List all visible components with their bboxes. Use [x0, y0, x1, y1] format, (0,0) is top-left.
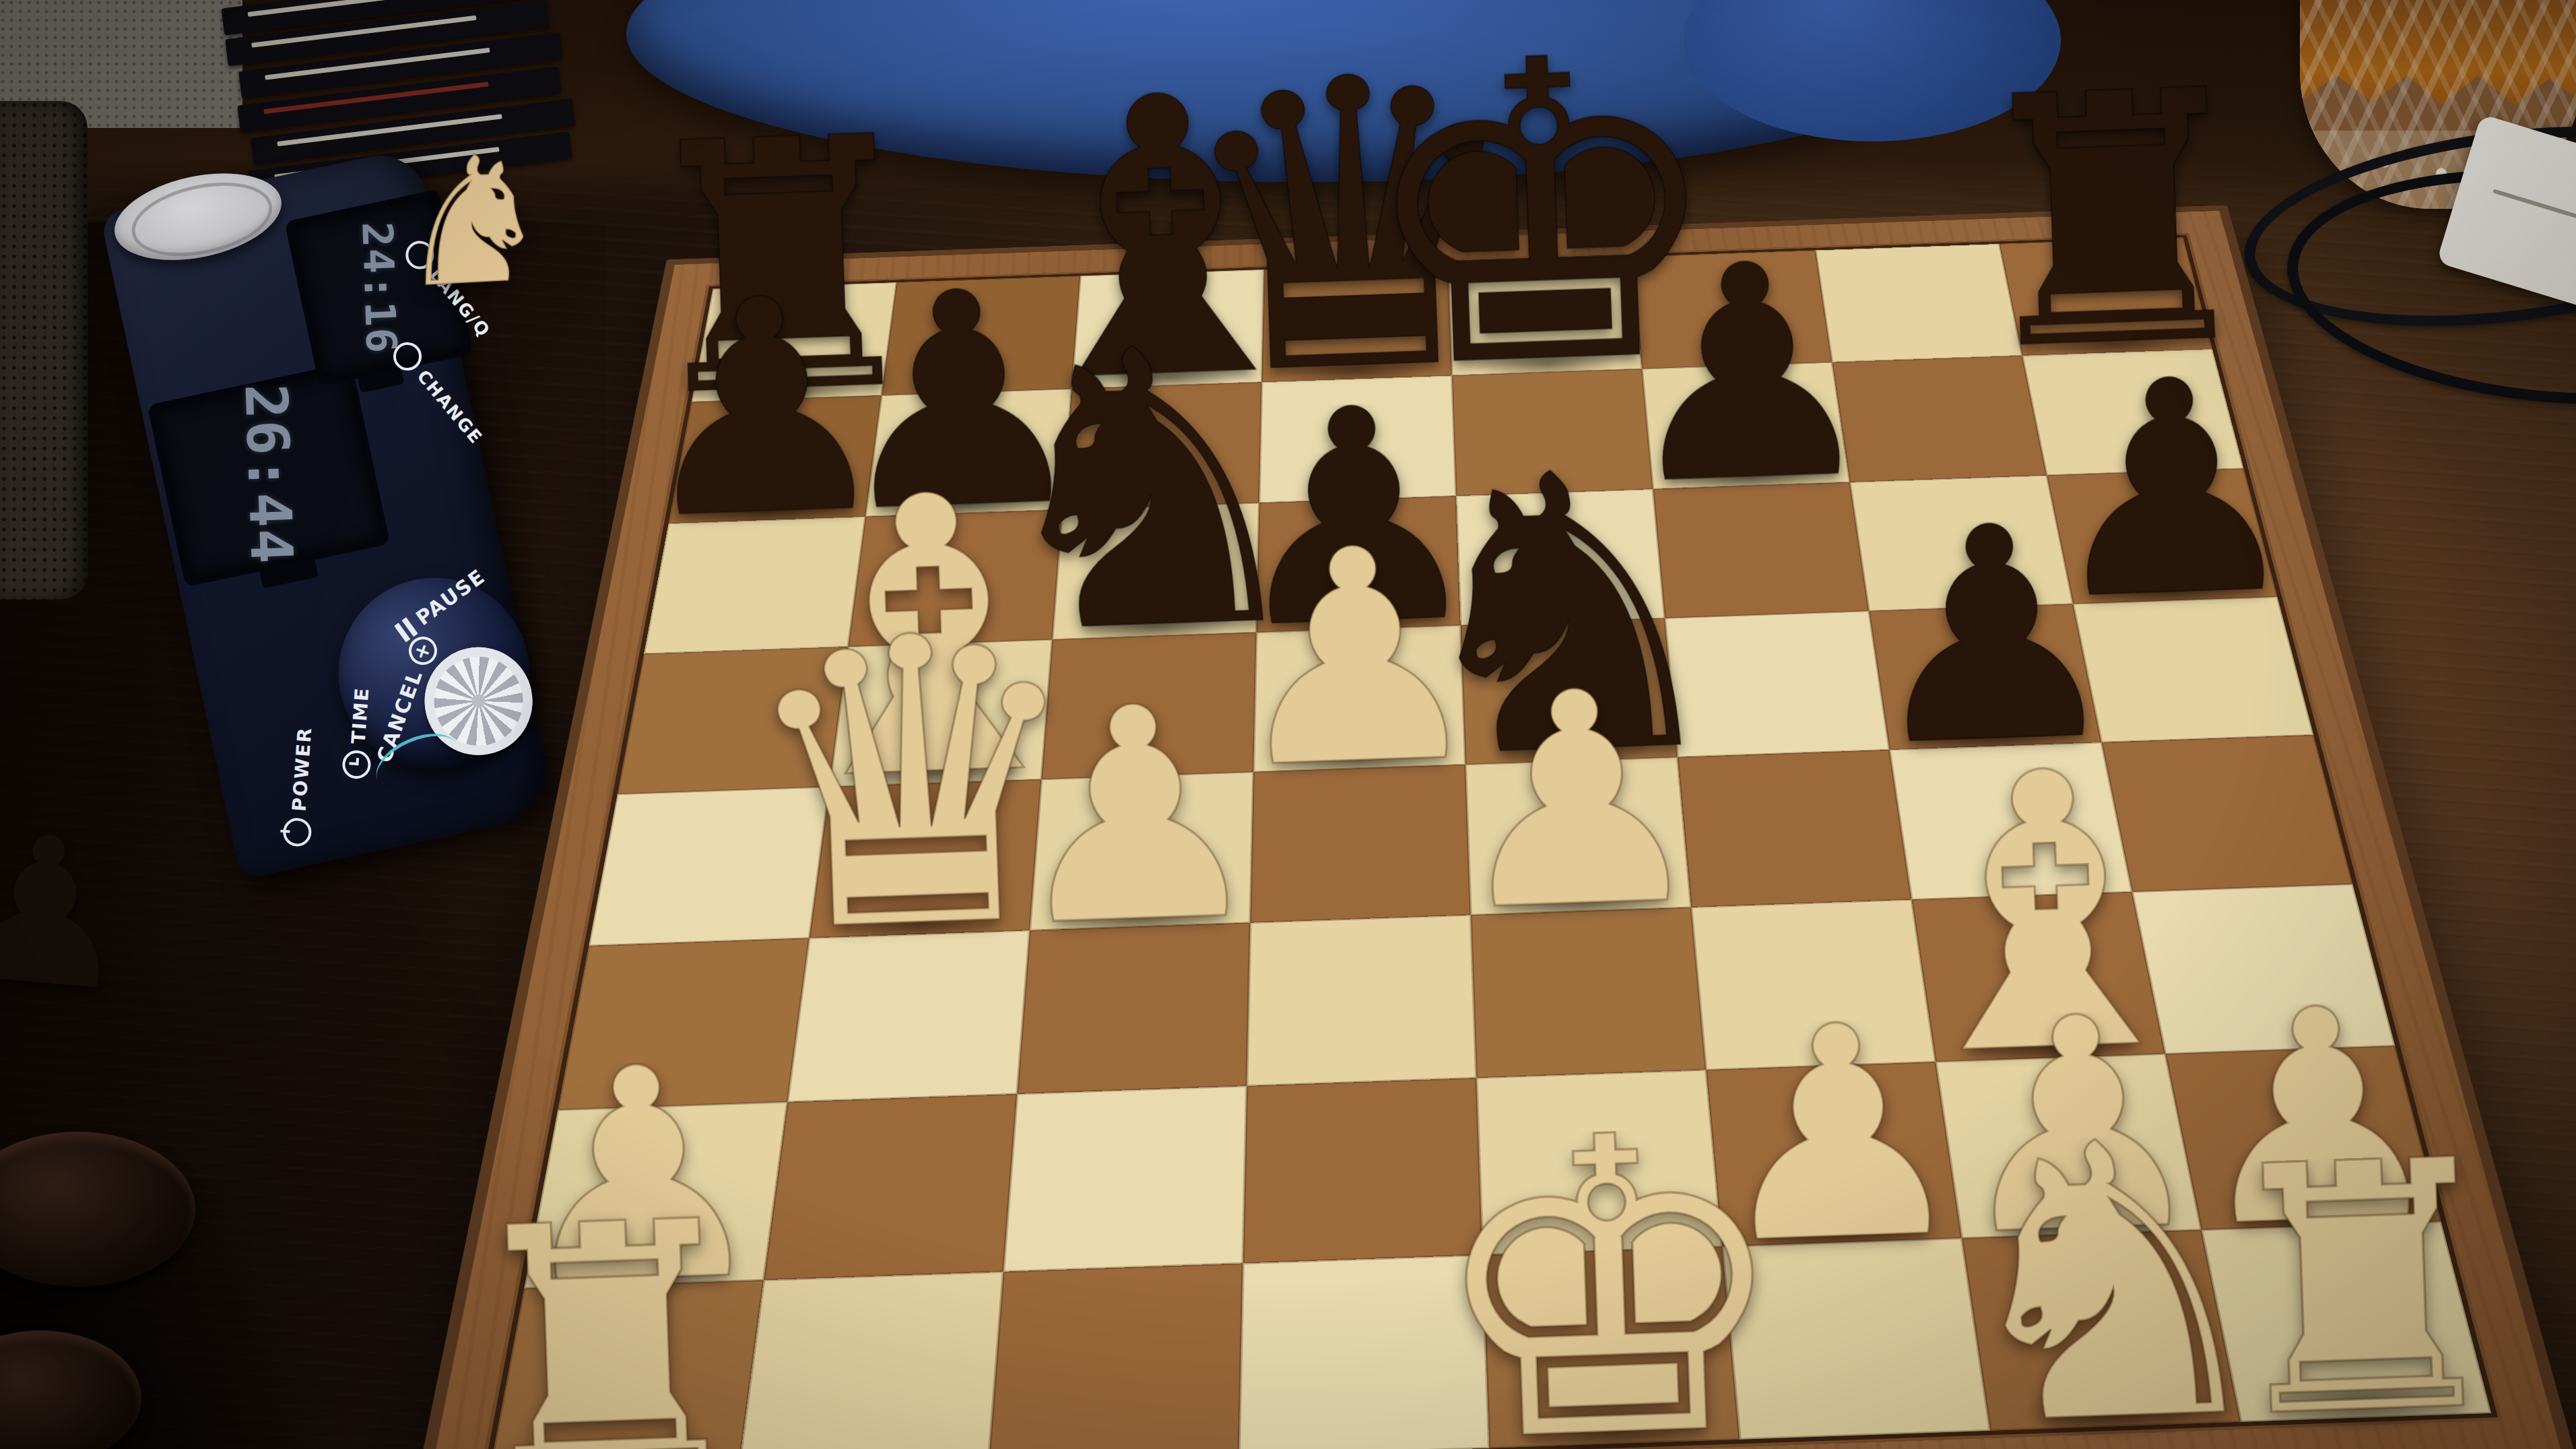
square-c1[interactable]: [989, 1263, 1243, 1449]
time-label: TIME: [347, 686, 373, 745]
time-icon: [341, 750, 372, 780]
speaker-grille: [0, 101, 88, 600]
square-c3[interactable]: [1017, 923, 1250, 1094]
power-label: POWER: [288, 726, 316, 812]
square-b3[interactable]: [787, 930, 1030, 1102]
pause-button[interactable]: PAUSE: [392, 564, 490, 644]
chessboard-grid: ♜♝♛♚♜♟♟♟♞♟♟♝♟♞♟♛♟♟♝♟♟♟♟♜♚♞♜: [488, 237, 2491, 1449]
square-c2[interactable]: [1003, 1086, 1247, 1272]
piece-white-rook[interactable]: ♜: [450, 1214, 764, 1449]
square-b2[interactable]: [764, 1094, 1017, 1280]
power-button[interactable]: POWER: [282, 726, 319, 847]
square-b1[interactable]: [738, 1272, 1003, 1449]
time-button[interactable]: TIME: [341, 686, 376, 779]
chessboard: ♜♝♛♚♜♟♟♟♞♟♟♝♟♞♟♛♟♟♝♟♟♟♟♜♚♞♜: [404, 205, 2576, 1449]
square-h1[interactable]: ♜: [2202, 1221, 2491, 1421]
clock-left-time: 26:44: [232, 383, 305, 566]
captured-white-knight[interactable]: ♞: [391, 148, 555, 296]
square-e4[interactable]: ♟: [1465, 757, 1691, 915]
square-d4[interactable]: [1250, 765, 1470, 923]
square-e1[interactable]: ♚: [1482, 1247, 1740, 1448]
piece-white-pawn[interactable]: ♟: [1442, 682, 1713, 920]
clock-left-display: 26:44: [147, 362, 390, 587]
captured-black-piece-1[interactable]: ♟: [0, 825, 141, 1002]
piece-white-rook[interactable]: ♜: [2206, 1152, 2520, 1429]
square-a1[interactable]: ♜: [488, 1280, 764, 1449]
piece-white-king[interactable]: ♚: [1421, 1125, 1798, 1449]
square-g1[interactable]: ♞: [1962, 1230, 2241, 1431]
power-icon: [282, 817, 312, 847]
piece-white-queen[interactable]: ♛: [731, 624, 1096, 945]
square-b4[interactable]: ♛: [810, 779, 1042, 938]
pause-label: PAUSE: [411, 564, 490, 630]
chessboard-scene: ♜♝♛♚♜♟♟♟♞♟♟♝♟♞♟♛♟♟♝♟♟♟♟♜♚♞♜: [404, 205, 2576, 1449]
